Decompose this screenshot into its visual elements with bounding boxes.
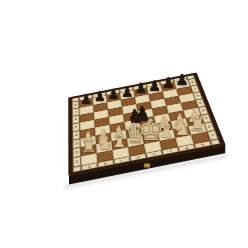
- corner-marker-back-left: [68, 97, 69, 98]
- corner-marker-front-left: [68, 175, 69, 176]
- border-plate: [73, 166, 82, 173]
- chess-set-product-photo: abcdefgh8877665544332211abcdefgh ♟♟♟♟♟♟♟…: [0, 0, 248, 248]
- corner-marker-back-right: [196, 73, 197, 74]
- border-plate: [210, 139, 220, 146]
- corner-marker-front-right: [224, 145, 225, 146]
- board-tilt: abcdefgh8877665544332211abcdefgh: [55, 35, 224, 204]
- board-grid: abcdefgh8877665544332211abcdefgh: [72, 75, 221, 173]
- chessboard-scene: abcdefgh8877665544332211abcdefgh: [67, 47, 211, 191]
- chessboard: abcdefgh8877665544332211abcdefgh: [68, 73, 226, 176]
